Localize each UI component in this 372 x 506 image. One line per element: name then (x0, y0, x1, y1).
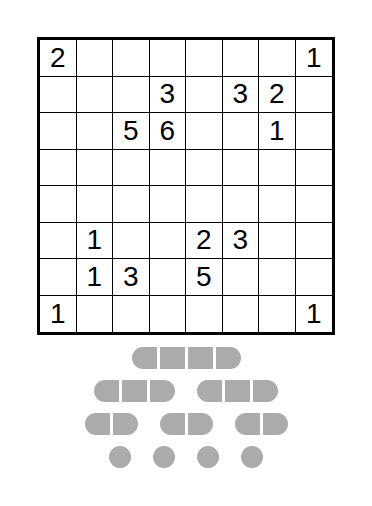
grid-cell-r6c2[interactable]: 1 (77, 223, 114, 260)
grid-cell-r6c3[interactable] (113, 223, 150, 260)
grid-cell-r2c4[interactable]: 3 (150, 77, 187, 114)
grid-cell-r1c1[interactable]: 2 (40, 40, 77, 77)
grid-cell-r7c7[interactable] (259, 259, 296, 296)
grid-cell-r1c5[interactable] (186, 40, 223, 77)
clue-number: 3 (123, 263, 139, 291)
grid-cell-r3c6[interactable] (223, 113, 260, 150)
clue-number: 1 (306, 44, 322, 72)
grid-cell-r4c6[interactable] (223, 150, 260, 187)
ship-bow-segment (94, 380, 119, 402)
grid-cell-r7c8[interactable] (296, 259, 333, 296)
grid-cell-r3c5[interactable] (186, 113, 223, 150)
ship-bow-segment (235, 413, 260, 435)
ship-mid-segment (188, 347, 213, 369)
grid-cell-r6c4[interactable] (150, 223, 187, 260)
grid-cell-r6c5[interactable]: 2 (186, 223, 223, 260)
clue-number: 6 (159, 117, 175, 145)
grid-cell-r6c8[interactable] (296, 223, 333, 260)
clue-number: 1 (86, 226, 102, 254)
clue-number: 2 (196, 226, 212, 254)
grid-cell-r2c3[interactable] (113, 77, 150, 114)
submarine-segment (197, 446, 219, 468)
ship-length-1 (197, 446, 219, 468)
grid-cell-r3c3[interactable]: 5 (113, 113, 150, 150)
clue-number: 1 (86, 263, 102, 291)
ship-mid-segment (225, 380, 250, 402)
ship-bow-segment (160, 413, 185, 435)
ship-length-1 (109, 446, 131, 468)
ship-stern-segment (113, 413, 138, 435)
grid-cell-r5c5[interactable] (186, 186, 223, 223)
ship-stern-segment (188, 413, 213, 435)
grid-cell-r4c4[interactable] (150, 150, 187, 187)
grid-cell-r5c8[interactable] (296, 186, 333, 223)
grid-cell-r7c2[interactable]: 1 (77, 259, 114, 296)
grid-cell-r3c4[interactable]: 6 (150, 113, 187, 150)
grid-cell-r2c7[interactable]: 2 (259, 77, 296, 114)
fleet-diagram (0, 347, 372, 468)
ship-length-3 (197, 380, 278, 402)
clue-number: 1 (306, 300, 322, 328)
ship-mid-segment (160, 347, 185, 369)
grid-cell-r7c5[interactable]: 5 (186, 259, 223, 296)
grid-cell-r7c3[interactable]: 3 (113, 259, 150, 296)
grid-cell-r2c8[interactable] (296, 77, 333, 114)
grid-cell-r3c1[interactable] (40, 113, 77, 150)
grid-cell-r8c1[interactable]: 1 (40, 296, 77, 333)
grid-cell-r5c6[interactable] (223, 186, 260, 223)
grid-cell-r3c7[interactable]: 1 (259, 113, 296, 150)
grid-cell-r8c8[interactable]: 1 (296, 296, 333, 333)
ship-stern-segment (216, 347, 241, 369)
grid-cell-r2c6[interactable]: 3 (223, 77, 260, 114)
grid-cell-r4c5[interactable] (186, 150, 223, 187)
grid-cell-r7c6[interactable] (223, 259, 260, 296)
grid-cell-r5c4[interactable] (150, 186, 187, 223)
grid-cell-r4c7[interactable] (259, 150, 296, 187)
grid-cell-r1c6[interactable] (223, 40, 260, 77)
clue-number: 5 (123, 117, 139, 145)
grid-cell-r1c2[interactable] (77, 40, 114, 77)
grid-cell-r8c2[interactable] (77, 296, 114, 333)
grid-cell-r3c2[interactable] (77, 113, 114, 150)
clue-number: 3 (232, 80, 248, 108)
ship-length-4 (132, 347, 241, 369)
clue-number: 5 (196, 263, 212, 291)
grid-cell-r7c1[interactable] (40, 259, 77, 296)
grid-cell-r4c8[interactable] (296, 150, 333, 187)
ship-length-2 (235, 413, 288, 435)
grid-cell-r5c2[interactable] (77, 186, 114, 223)
fleet-row-4 (109, 446, 263, 468)
grid-cell-r4c2[interactable] (77, 150, 114, 187)
ship-mid-segment (122, 380, 147, 402)
clue-number: 3 (232, 226, 248, 254)
ship-length-2 (160, 413, 213, 435)
grid-cell-r8c4[interactable] (150, 296, 187, 333)
grid-cell-r1c4[interactable] (150, 40, 187, 77)
grid-cell-r1c7[interactable] (259, 40, 296, 77)
fleet-row-1 (132, 347, 241, 369)
ship-length-3 (94, 380, 175, 402)
submarine-segment (153, 446, 175, 468)
grid-cell-r5c1[interactable] (40, 186, 77, 223)
ship-stern-segment (263, 413, 288, 435)
clue-number: 2 (50, 44, 66, 72)
grid-cell-r2c2[interactable] (77, 77, 114, 114)
grid-cell-r1c3[interactable] (113, 40, 150, 77)
grid-cell-r5c7[interactable] (259, 186, 296, 223)
clue-number: 2 (269, 80, 285, 108)
grid-cell-r6c1[interactable] (40, 223, 77, 260)
grid-cell-r8c7[interactable] (259, 296, 296, 333)
grid-cell-r2c1[interactable] (40, 77, 77, 114)
fleet-row-2 (94, 380, 278, 402)
clue-number: 3 (159, 80, 175, 108)
grid-cell-r5c3[interactable] (113, 186, 150, 223)
ship-bow-segment (197, 380, 222, 402)
ship-bow-segment (132, 347, 157, 369)
ship-length-1 (241, 446, 263, 468)
grid-cell-r8c6[interactable] (223, 296, 260, 333)
grid-cell-r2c5[interactable] (186, 77, 223, 114)
fleet-row-3 (85, 413, 288, 435)
grid-cell-r6c7[interactable] (259, 223, 296, 260)
grid-cell-r1c8[interactable]: 1 (296, 40, 333, 77)
grid-cell-r4c3[interactable] (113, 150, 150, 187)
grid-cell-r4c1[interactable] (40, 150, 77, 187)
ship-bow-segment (85, 413, 110, 435)
ship-length-2 (85, 413, 138, 435)
ship-stern-segment (253, 380, 278, 402)
grid-cell-r6c6[interactable]: 3 (223, 223, 260, 260)
ship-length-1 (153, 446, 175, 468)
submarine-segment (109, 446, 131, 468)
grid-cell-r7c4[interactable] (150, 259, 187, 296)
grid-cell-r8c3[interactable] (113, 296, 150, 333)
grid-cell-r8c5[interactable] (186, 296, 223, 333)
ship-stern-segment (150, 380, 175, 402)
grid-cell-r3c8[interactable] (296, 113, 333, 150)
clue-number: 1 (269, 117, 285, 145)
clue-number: 1 (50, 300, 66, 328)
puzzle-grid: 2133256112313511 (37, 37, 335, 335)
submarine-segment (241, 446, 263, 468)
